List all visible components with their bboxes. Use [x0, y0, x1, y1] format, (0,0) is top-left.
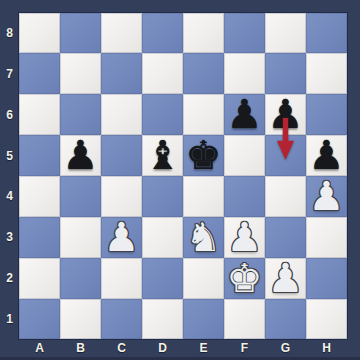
file-label-b: B: [60, 339, 101, 357]
rank-label-5: 5: [0, 135, 19, 176]
square-e3[interactable]: ♞: [183, 217, 224, 258]
piece-white-pawn-c3[interactable]: ♟: [104, 217, 140, 258]
square-h8[interactable]: [306, 13, 347, 53]
rank-labels: 87654321: [0, 13, 19, 339]
rank-label-1: 1: [0, 298, 19, 339]
square-b8[interactable]: [60, 13, 101, 53]
file-label-d: D: [142, 339, 183, 357]
rank-label-3: 3: [0, 217, 19, 258]
square-c1[interactable]: [101, 299, 142, 339]
square-b1[interactable]: [60, 299, 101, 339]
square-b2[interactable]: [60, 258, 101, 299]
square-d5[interactable]: ♝: [142, 135, 183, 176]
rank-label-4: 4: [0, 176, 19, 217]
square-h3[interactable]: [306, 217, 347, 258]
square-b7[interactable]: [60, 53, 101, 93]
square-g8[interactable]: [265, 13, 306, 53]
square-d4[interactable]: [142, 176, 183, 217]
square-a2[interactable]: [19, 258, 60, 299]
piece-black-pawn-h5[interactable]: ♟: [309, 135, 345, 176]
piece-white-knight-e3[interactable]: ♞: [186, 217, 222, 258]
square-f1[interactable]: [224, 299, 265, 339]
square-a3[interactable]: [19, 217, 60, 258]
square-f3[interactable]: ♟: [224, 217, 265, 258]
file-label-c: C: [101, 339, 142, 357]
board: ♟♟♟♝♚♟♟♟♞♟♚♟: [19, 13, 347, 339]
square-c2[interactable]: [101, 258, 142, 299]
square-g5[interactable]: [265, 135, 306, 176]
rank-label-2: 2: [0, 258, 19, 299]
piece-white-pawn-g2[interactable]: ♟: [268, 258, 304, 299]
square-c5[interactable]: [101, 135, 142, 176]
square-a5[interactable]: [19, 135, 60, 176]
piece-white-pawn-f3[interactable]: ♟: [227, 217, 263, 258]
square-e1[interactable]: [183, 299, 224, 339]
square-f7[interactable]: [224, 53, 265, 93]
square-c6[interactable]: [101, 94, 142, 135]
square-g4[interactable]: [265, 176, 306, 217]
square-h6[interactable]: [306, 94, 347, 135]
square-e8[interactable]: [183, 13, 224, 53]
piece-white-king-f2[interactable]: ♚: [227, 258, 263, 299]
square-d3[interactable]: [142, 217, 183, 258]
square-b4[interactable]: [60, 176, 101, 217]
square-a4[interactable]: [19, 176, 60, 217]
square-e4[interactable]: [183, 176, 224, 217]
piece-black-king-e5[interactable]: ♚: [186, 135, 222, 176]
rank-label-6: 6: [0, 95, 19, 136]
file-label-e: E: [183, 339, 224, 357]
square-d8[interactable]: [142, 13, 183, 53]
square-h4[interactable]: ♟: [306, 176, 347, 217]
square-f8[interactable]: [224, 13, 265, 53]
file-label-f: F: [224, 339, 265, 357]
square-f4[interactable]: [224, 176, 265, 217]
chessboard-frame: ♟♟♟♝♚♟♟♟♞♟♚♟ 87654321 ABCDEFGH: [0, 0, 360, 360]
piece-black-pawn-f6[interactable]: ♟: [227, 94, 263, 135]
square-b5[interactable]: ♟: [60, 135, 101, 176]
square-d6[interactable]: [142, 94, 183, 135]
file-label-g: G: [265, 339, 306, 357]
square-e7[interactable]: [183, 53, 224, 93]
square-a6[interactable]: [19, 94, 60, 135]
square-f6[interactable]: ♟: [224, 94, 265, 135]
square-c3[interactable]: ♟: [101, 217, 142, 258]
rank-label-8: 8: [0, 13, 19, 54]
square-h1[interactable]: [306, 299, 347, 339]
square-e5[interactable]: ♚: [183, 135, 224, 176]
file-label-a: A: [19, 339, 60, 357]
square-h5[interactable]: ♟: [306, 135, 347, 176]
square-c7[interactable]: [101, 53, 142, 93]
square-e6[interactable]: [183, 94, 224, 135]
square-g2[interactable]: ♟: [265, 258, 306, 299]
square-f5[interactable]: [224, 135, 265, 176]
piece-black-pawn-g6[interactable]: ♟: [268, 94, 304, 135]
rank-label-7: 7: [0, 54, 19, 95]
square-f2[interactable]: ♚: [224, 258, 265, 299]
square-a7[interactable]: [19, 53, 60, 93]
piece-black-bishop-d5[interactable]: ♝: [145, 135, 181, 176]
square-c8[interactable]: [101, 13, 142, 53]
square-c4[interactable]: [101, 176, 142, 217]
square-g3[interactable]: [265, 217, 306, 258]
square-d7[interactable]: [142, 53, 183, 93]
square-h7[interactable]: [306, 53, 347, 93]
square-g6[interactable]: ♟: [265, 94, 306, 135]
square-b3[interactable]: [60, 217, 101, 258]
file-labels: ABCDEFGH: [19, 339, 347, 357]
square-d2[interactable]: [142, 258, 183, 299]
square-b6[interactable]: [60, 94, 101, 135]
square-a1[interactable]: [19, 299, 60, 339]
square-e2[interactable]: [183, 258, 224, 299]
square-g1[interactable]: [265, 299, 306, 339]
piece-black-pawn-b5[interactable]: ♟: [63, 135, 99, 176]
piece-white-pawn-h4[interactable]: ♟: [309, 176, 345, 217]
square-g7[interactable]: [265, 53, 306, 93]
square-a8[interactable]: [19, 13, 60, 53]
file-label-h: H: [306, 339, 347, 357]
square-h2[interactable]: [306, 258, 347, 299]
square-d1[interactable]: [142, 299, 183, 339]
